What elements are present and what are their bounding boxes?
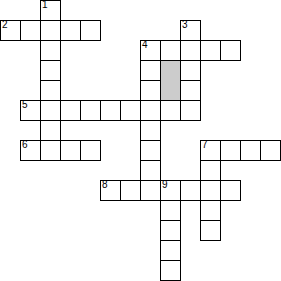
cell-r7c11[interactable] (220, 140, 241, 161)
clue-number-3: 3 (182, 20, 188, 30)
cell-r3c9[interactable] (180, 60, 201, 81)
cell-r9c9[interactable] (180, 180, 201, 201)
clue-number-8: 8 (102, 180, 108, 190)
clue-number-4: 4 (142, 40, 148, 50)
clue-number-7: 7 (202, 140, 208, 150)
cell-r5c3[interactable] (60, 100, 81, 121)
cell-r9c6[interactable] (120, 180, 141, 201)
clue-number-1: 1 (42, 0, 48, 10)
cell-r5c6[interactable] (120, 100, 141, 121)
cell-r7c2[interactable] (40, 140, 61, 161)
cell-r4c7[interactable] (140, 80, 161, 101)
cell-r1c3[interactable] (60, 20, 81, 41)
cell-r8c7[interactable] (140, 160, 161, 181)
cell-r9c7[interactable] (140, 180, 161, 201)
clue-number-5: 5 (22, 100, 28, 110)
cell-r9c10[interactable] (200, 180, 221, 201)
cell-r1c2[interactable] (40, 20, 61, 41)
cell-r2c8[interactable] (160, 40, 181, 61)
clue-number-2: 2 (2, 20, 8, 30)
cell-r3c2[interactable] (40, 60, 61, 81)
clue-number-6: 6 (22, 140, 28, 150)
cell-r5c7[interactable] (140, 100, 161, 121)
cell-r1c1[interactable] (20, 20, 41, 41)
cell-r4c2[interactable] (40, 80, 61, 101)
cell-r10c8[interactable] (160, 200, 181, 221)
cell-r7c3[interactable] (60, 140, 81, 161)
cell-r9c11[interactable] (220, 180, 241, 201)
cell-r1c4[interactable] (80, 20, 101, 41)
cell-r2c9[interactable] (180, 40, 201, 61)
highlighted-cells[interactable] (160, 60, 181, 101)
clue-number-9: 9 (162, 180, 168, 190)
cell-r5c2[interactable] (40, 100, 61, 121)
cell-r2c2[interactable] (40, 40, 61, 61)
crossword-grid: 123456789 (0, 0, 281, 281)
cell-r7c12[interactable] (240, 140, 261, 161)
cell-r10c10[interactable] (200, 200, 221, 221)
cell-r7c7[interactable] (140, 140, 161, 161)
cell-r11c10[interactable] (200, 220, 221, 241)
cell-r3c7[interactable] (140, 60, 161, 81)
cell-r5c4[interactable] (80, 100, 101, 121)
cell-r6c7[interactable] (140, 120, 161, 141)
cell-r7c4[interactable] (80, 140, 101, 161)
cell-r6c2[interactable] (40, 120, 61, 141)
cell-r4c9[interactable] (180, 80, 201, 101)
cell-r7c13[interactable] (260, 140, 281, 161)
cell-r5c5[interactable] (100, 100, 121, 121)
cell-r13c8[interactable] (160, 260, 181, 281)
cell-r5c8[interactable] (160, 100, 181, 121)
cell-r12c8[interactable] (160, 240, 181, 261)
cell-r2c11[interactable] (220, 40, 241, 61)
cell-r8c10[interactable] (200, 160, 221, 181)
cell-r2c10[interactable] (200, 40, 221, 61)
cell-r5c9[interactable] (180, 100, 201, 121)
cell-r11c8[interactable] (160, 220, 181, 241)
